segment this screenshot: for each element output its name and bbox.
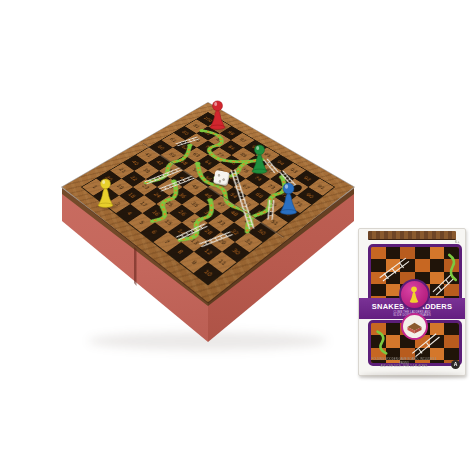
pieces-layer: [0, 0, 470, 470]
red-pawn[interactable]: [207, 100, 228, 130]
board-assembly: 1009998979695949392918182838485868788899…: [0, 0, 470, 470]
green-pawn[interactable]: [249, 144, 270, 174]
yellow-pawn[interactable]: [95, 178, 116, 208]
white-die[interactable]: [213, 170, 231, 187]
product-photo-scene: 1009998979695949392918182838485868788899…: [0, 0, 470, 470]
blue-pawn[interactable]: [277, 182, 300, 215]
